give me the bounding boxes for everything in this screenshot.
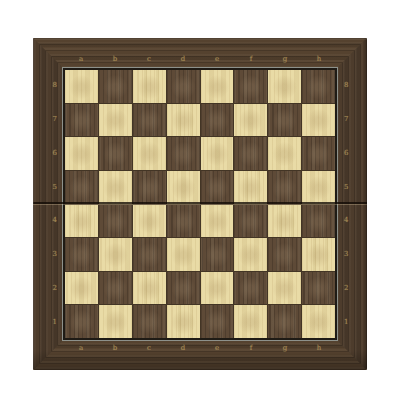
square-h1[interactable] — [302, 305, 335, 338]
square-h3[interactable] — [302, 238, 335, 271]
square-g8[interactable] — [268, 70, 301, 103]
square-h7[interactable] — [302, 104, 335, 137]
square-d5[interactable] — [167, 171, 200, 204]
square-e5[interactable] — [201, 171, 234, 204]
product-photo-background: abcdefgh abcdefgh 87654321 87654321 — [0, 0, 400, 400]
square-c4[interactable] — [133, 205, 166, 238]
square-g4[interactable] — [268, 205, 301, 238]
square-b6[interactable] — [99, 137, 132, 170]
square-d3[interactable] — [167, 238, 200, 271]
square-f2[interactable] — [234, 272, 267, 305]
square-b8[interactable] — [99, 70, 132, 103]
board-frame-left — [33, 38, 64, 370]
square-h6[interactable] — [302, 137, 335, 170]
square-c2[interactable] — [133, 272, 166, 305]
square-d8[interactable] — [167, 70, 200, 103]
square-c3[interactable] — [133, 238, 166, 271]
square-e6[interactable] — [201, 137, 234, 170]
square-g1[interactable] — [268, 305, 301, 338]
square-f5[interactable] — [234, 171, 267, 204]
square-e3[interactable] — [201, 238, 234, 271]
square-f6[interactable] — [234, 137, 267, 170]
square-g5[interactable] — [268, 171, 301, 204]
square-b4[interactable] — [99, 205, 132, 238]
square-c6[interactable] — [133, 137, 166, 170]
square-b5[interactable] — [99, 171, 132, 204]
square-c5[interactable] — [133, 171, 166, 204]
square-d4[interactable] — [167, 205, 200, 238]
square-a7[interactable] — [65, 104, 98, 137]
square-b2[interactable] — [99, 272, 132, 305]
square-d7[interactable] — [167, 104, 200, 137]
square-e8[interactable] — [201, 70, 234, 103]
square-b1[interactable] — [99, 305, 132, 338]
board-frame-bottom — [33, 339, 367, 370]
square-h2[interactable] — [302, 272, 335, 305]
square-f3[interactable] — [234, 238, 267, 271]
board-grid — [65, 70, 335, 338]
square-e1[interactable] — [201, 305, 234, 338]
chess-board: abcdefgh abcdefgh 87654321 87654321 — [33, 38, 367, 370]
square-g7[interactable] — [268, 104, 301, 137]
square-a8[interactable] — [65, 70, 98, 103]
square-e2[interactable] — [201, 272, 234, 305]
square-a4[interactable] — [65, 205, 98, 238]
playing-field-border — [62, 67, 338, 341]
square-g6[interactable] — [268, 137, 301, 170]
square-e4[interactable] — [201, 205, 234, 238]
square-a1[interactable] — [65, 305, 98, 338]
square-c8[interactable] — [133, 70, 166, 103]
square-f4[interactable] — [234, 205, 267, 238]
square-f7[interactable] — [234, 104, 267, 137]
square-h8[interactable] — [302, 70, 335, 103]
square-h4[interactable] — [302, 205, 335, 238]
square-a3[interactable] — [65, 238, 98, 271]
square-a6[interactable] — [65, 137, 98, 170]
square-c7[interactable] — [133, 104, 166, 137]
square-d1[interactable] — [167, 305, 200, 338]
square-a5[interactable] — [65, 171, 98, 204]
square-d2[interactable] — [167, 272, 200, 305]
square-g3[interactable] — [268, 238, 301, 271]
board-frame-right — [336, 38, 367, 370]
square-g2[interactable] — [268, 272, 301, 305]
square-b7[interactable] — [99, 104, 132, 137]
square-d6[interactable] — [167, 137, 200, 170]
square-b3[interactable] — [99, 238, 132, 271]
square-f1[interactable] — [234, 305, 267, 338]
board-frame-top — [33, 38, 367, 69]
square-f8[interactable] — [234, 70, 267, 103]
square-a2[interactable] — [65, 272, 98, 305]
square-h5[interactable] — [302, 171, 335, 204]
square-c1[interactable] — [133, 305, 166, 338]
square-e7[interactable] — [201, 104, 234, 137]
